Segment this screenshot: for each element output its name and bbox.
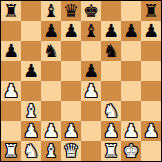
- square-g1[interactable]: ♚: [121, 141, 141, 161]
- square-d6[interactable]: [61, 41, 81, 61]
- square-f1[interactable]: ♜: [101, 141, 121, 161]
- black-knight[interactable]: ♞: [43, 41, 59, 61]
- square-h3[interactable]: [141, 101, 161, 121]
- square-b2[interactable]: ♟: [21, 121, 41, 141]
- square-d8[interactable]: ♛: [61, 1, 81, 21]
- square-f7[interactable]: ♟: [101, 21, 121, 41]
- square-f8[interactable]: [101, 1, 121, 21]
- square-c1[interactable]: ♝: [41, 141, 61, 161]
- black-pawn[interactable]: ♟: [63, 21, 79, 41]
- white-rook[interactable]: ♜: [103, 141, 119, 161]
- square-b5[interactable]: ♟: [21, 61, 41, 81]
- square-h6[interactable]: [141, 41, 161, 61]
- square-f2[interactable]: ♟: [101, 121, 121, 141]
- square-d3[interactable]: [61, 101, 81, 121]
- square-c6[interactable]: ♞: [41, 41, 61, 61]
- white-pawn[interactable]: ♟: [143, 121, 159, 141]
- black-king[interactable]: ♚: [83, 1, 99, 21]
- square-c4[interactable]: [41, 81, 61, 101]
- black-rook[interactable]: ♜: [3, 1, 19, 21]
- square-a5[interactable]: [1, 61, 21, 81]
- square-a7[interactable]: [1, 21, 21, 41]
- white-pawn[interactable]: ♟: [123, 121, 139, 141]
- square-b6[interactable]: [21, 41, 41, 61]
- square-a4[interactable]: ♟: [1, 81, 21, 101]
- square-h8[interactable]: ♜: [141, 1, 161, 21]
- square-g2[interactable]: ♟: [121, 121, 141, 141]
- square-d7[interactable]: ♟: [61, 21, 81, 41]
- white-pawn[interactable]: ♟: [23, 121, 39, 141]
- square-h2[interactable]: ♟: [141, 121, 161, 141]
- square-a2[interactable]: [1, 121, 21, 141]
- white-knight[interactable]: ♞: [23, 141, 39, 161]
- square-e8[interactable]: ♚: [81, 1, 101, 21]
- square-b7[interactable]: [21, 21, 41, 41]
- square-d1[interactable]: ♛: [61, 141, 81, 161]
- white-pawn[interactable]: ♟: [3, 81, 19, 101]
- white-queen[interactable]: ♛: [63, 141, 79, 161]
- square-b1[interactable]: ♞: [21, 141, 41, 161]
- square-f5[interactable]: [101, 61, 121, 81]
- square-g6[interactable]: [121, 41, 141, 61]
- square-h1[interactable]: [141, 141, 161, 161]
- black-queen[interactable]: ♛: [63, 1, 79, 21]
- square-h5[interactable]: [141, 61, 161, 81]
- square-e6[interactable]: [81, 41, 101, 61]
- square-c3[interactable]: [41, 101, 61, 121]
- white-bishop[interactable]: ♝: [23, 101, 39, 121]
- square-g7[interactable]: ♟: [121, 21, 141, 41]
- square-e5[interactable]: ♟: [81, 61, 101, 81]
- black-pawn[interactable]: ♟: [83, 61, 99, 81]
- white-bishop[interactable]: ♝: [43, 141, 59, 161]
- square-h7[interactable]: ♟: [141, 21, 161, 41]
- chess-board: ♜♝♛♚♜♟♟♝♟♟♟♟♞♞♟♟♟♟♝♞♟♟♟♟♟♟♜♞♝♛♜♚: [0, 0, 162, 162]
- square-e4[interactable]: ♟: [81, 81, 101, 101]
- black-pawn[interactable]: ♟: [23, 61, 39, 81]
- square-b4[interactable]: [21, 81, 41, 101]
- square-d4[interactable]: [61, 81, 81, 101]
- white-rook[interactable]: ♜: [3, 141, 19, 161]
- white-pawn[interactable]: ♟: [63, 121, 79, 141]
- black-pawn[interactable]: ♟: [143, 21, 159, 41]
- square-c5[interactable]: [41, 61, 61, 81]
- square-f3[interactable]: ♞: [101, 101, 121, 121]
- black-rook[interactable]: ♜: [143, 1, 159, 21]
- square-c7[interactable]: ♟: [41, 21, 61, 41]
- black-knight[interactable]: ♞: [103, 41, 119, 61]
- square-h4[interactable]: [141, 81, 161, 101]
- square-b3[interactable]: ♝: [21, 101, 41, 121]
- square-f4[interactable]: [101, 81, 121, 101]
- black-bishop[interactable]: ♝: [83, 21, 99, 41]
- square-a1[interactable]: ♜: [1, 141, 21, 161]
- black-bishop[interactable]: ♝: [43, 1, 59, 21]
- white-pawn[interactable]: ♟: [43, 121, 59, 141]
- white-pawn[interactable]: ♟: [83, 81, 99, 101]
- square-d5[interactable]: [61, 61, 81, 81]
- square-a6[interactable]: ♟: [1, 41, 21, 61]
- square-e2[interactable]: [81, 121, 101, 141]
- square-a8[interactable]: ♜: [1, 1, 21, 21]
- black-pawn[interactable]: ♟: [123, 21, 139, 41]
- square-g5[interactable]: [121, 61, 141, 81]
- square-e1[interactable]: [81, 141, 101, 161]
- square-b8[interactable]: [21, 1, 41, 21]
- square-d2[interactable]: ♟: [61, 121, 81, 141]
- black-pawn[interactable]: ♟: [43, 21, 59, 41]
- square-e7[interactable]: ♝: [81, 21, 101, 41]
- square-f6[interactable]: ♞: [101, 41, 121, 61]
- black-pawn[interactable]: ♟: [3, 41, 19, 61]
- square-g8[interactable]: [121, 1, 141, 21]
- white-pawn[interactable]: ♟: [103, 121, 119, 141]
- square-c8[interactable]: ♝: [41, 1, 61, 21]
- square-g4[interactable]: [121, 81, 141, 101]
- black-pawn[interactable]: ♟: [103, 21, 119, 41]
- white-knight[interactable]: ♞: [103, 101, 119, 121]
- square-a3[interactable]: [1, 101, 21, 121]
- square-e3[interactable]: [81, 101, 101, 121]
- white-king[interactable]: ♚: [123, 141, 139, 161]
- square-g3[interactable]: [121, 101, 141, 121]
- square-c2[interactable]: ♟: [41, 121, 61, 141]
